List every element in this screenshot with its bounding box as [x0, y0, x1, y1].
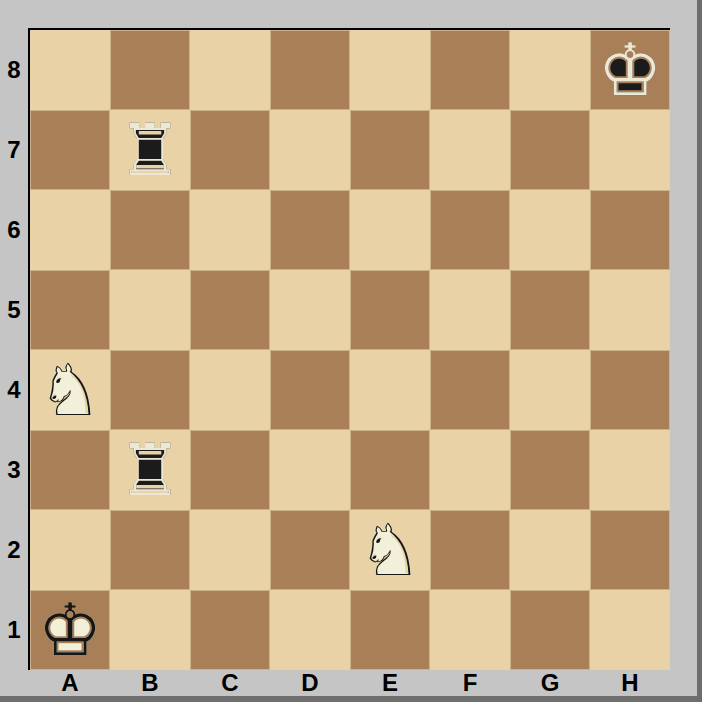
square-c6[interactable] [190, 190, 270, 270]
square-a4[interactable]: ♞♘ [30, 350, 110, 430]
square-d2[interactable] [270, 510, 350, 590]
square-g8[interactable] [510, 30, 590, 110]
square-g3[interactable] [510, 430, 590, 510]
square-b1[interactable] [110, 590, 190, 670]
square-h7[interactable] [590, 110, 670, 190]
rank-label-7: 7 [0, 110, 28, 190]
square-e8[interactable] [350, 30, 430, 110]
square-f3[interactable] [430, 430, 510, 510]
square-c8[interactable] [190, 30, 270, 110]
square-f5[interactable] [430, 270, 510, 350]
square-b8[interactable] [110, 30, 190, 110]
rank-label-5: 5 [0, 270, 28, 350]
rank-label-2: 2 [0, 510, 28, 590]
square-a6[interactable] [30, 190, 110, 270]
square-a7[interactable] [30, 110, 110, 190]
square-c1[interactable] [190, 590, 270, 670]
square-e4[interactable] [350, 350, 430, 430]
black-rook-b7[interactable]: ♜♖ [110, 110, 190, 190]
square-c7[interactable] [190, 110, 270, 190]
square-b2[interactable] [110, 510, 190, 590]
square-f1[interactable] [430, 590, 510, 670]
square-c2[interactable] [190, 510, 270, 590]
square-g2[interactable] [510, 510, 590, 590]
file-label-h: H [590, 669, 670, 696]
rank-label-4: 4 [0, 350, 28, 430]
square-d7[interactable] [270, 110, 350, 190]
square-h8[interactable]: ♚♔ [590, 30, 670, 110]
square-e3[interactable] [350, 430, 430, 510]
square-f4[interactable] [430, 350, 510, 430]
square-a2[interactable] [30, 510, 110, 590]
file-label-f: F [430, 669, 510, 696]
square-h4[interactable] [590, 350, 670, 430]
square-g6[interactable] [510, 190, 590, 270]
square-f8[interactable] [430, 30, 510, 110]
square-e5[interactable] [350, 270, 430, 350]
file-label-c: C [190, 669, 270, 696]
square-c5[interactable] [190, 270, 270, 350]
square-b7[interactable]: ♜♖ [110, 110, 190, 190]
square-a5[interactable] [30, 270, 110, 350]
rank-label-3: 3 [0, 430, 28, 510]
white-king-a1[interactable]: ♚♔ [30, 590, 110, 670]
chess-board: ♚♔♜♖♞♘♜♖♞♘♚♔ [28, 28, 670, 670]
board-frame: ♚♔♜♖♞♘♜♖♞♘♚♔ 87654321 ABCDEFGH [0, 0, 702, 702]
square-c4[interactable] [190, 350, 270, 430]
square-d5[interactable] [270, 270, 350, 350]
square-b5[interactable] [110, 270, 190, 350]
square-d3[interactable] [270, 430, 350, 510]
square-a1[interactable]: ♚♔ [30, 590, 110, 670]
square-a3[interactable] [30, 430, 110, 510]
square-f6[interactable] [430, 190, 510, 270]
white-knight-a4[interactable]: ♞♘ [30, 350, 110, 430]
rank-label-1: 1 [0, 590, 28, 670]
rank-label-6: 6 [0, 190, 28, 270]
square-a8[interactable] [30, 30, 110, 110]
square-d6[interactable] [270, 190, 350, 270]
black-king-h8[interactable]: ♚♔ [590, 30, 670, 110]
square-e6[interactable] [350, 190, 430, 270]
square-b3[interactable]: ♜♖ [110, 430, 190, 510]
square-e1[interactable] [350, 590, 430, 670]
file-label-a: A [30, 669, 110, 696]
square-h1[interactable] [590, 590, 670, 670]
white-knight-e2[interactable]: ♞♘ [350, 510, 430, 590]
square-f2[interactable] [430, 510, 510, 590]
square-e7[interactable] [350, 110, 430, 190]
square-h6[interactable] [590, 190, 670, 270]
square-d8[interactable] [270, 30, 350, 110]
black-rook-b3[interactable]: ♜♖ [110, 430, 190, 510]
square-f7[interactable] [430, 110, 510, 190]
square-h2[interactable] [590, 510, 670, 590]
square-b6[interactable] [110, 190, 190, 270]
square-b4[interactable] [110, 350, 190, 430]
square-d1[interactable] [270, 590, 350, 670]
square-g7[interactable] [510, 110, 590, 190]
square-g5[interactable] [510, 270, 590, 350]
square-g4[interactable] [510, 350, 590, 430]
file-label-g: G [510, 669, 590, 696]
square-g1[interactable] [510, 590, 590, 670]
rank-label-8: 8 [0, 30, 28, 110]
file-label-d: D [270, 669, 350, 696]
square-c3[interactable] [190, 430, 270, 510]
square-e2[interactable]: ♞♘ [350, 510, 430, 590]
square-d4[interactable] [270, 350, 350, 430]
square-h5[interactable] [590, 270, 670, 350]
square-h3[interactable] [590, 430, 670, 510]
file-label-e: E [350, 669, 430, 696]
file-label-b: B [110, 669, 190, 696]
